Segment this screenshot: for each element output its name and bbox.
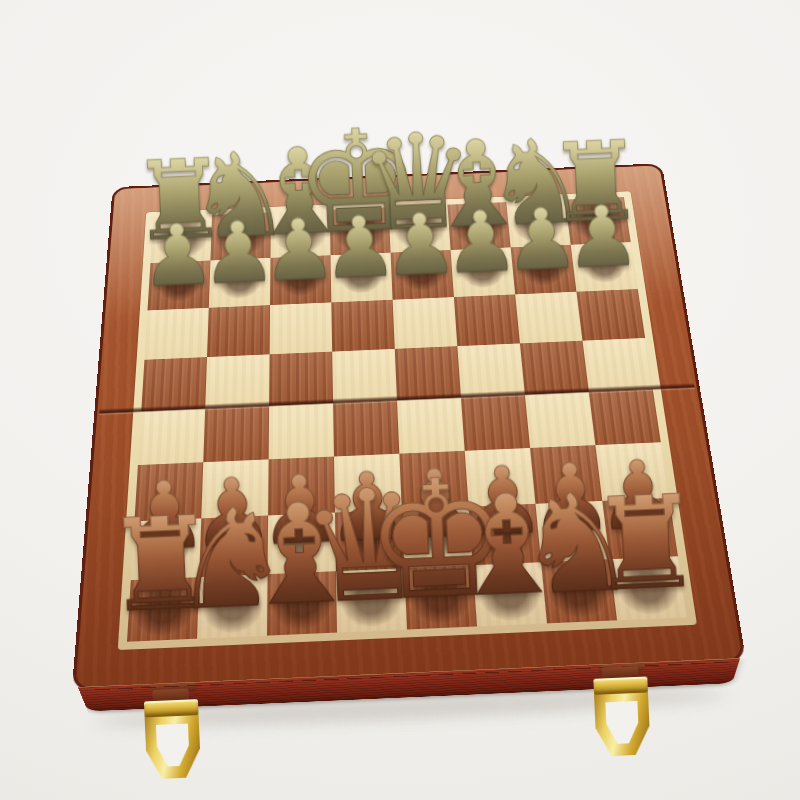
square-c4[interactable] — [269, 403, 334, 459]
square-c6[interactable] — [270, 302, 333, 354]
square-h6[interactable] — [576, 289, 645, 341]
photo-tilt-layer: ♜♞♝♚♛♝♞♜♟♟♟♟♟♟♟♟♟♟♟♟♟♟♟♟♜♞♝♛♚♝♞♜ — [0, 0, 800, 800]
chess-set-photo: ♜♞♝♚♛♝♞♜♟♟♟♟♟♟♟♟♟♟♟♟♟♟♟♟♜♞♝♛♚♝♞♜ — [0, 0, 800, 800]
square-f5[interactable] — [457, 343, 525, 397]
chess-board: ♜♞♝♚♛♝♞♜♟♟♟♟♟♟♟♟♟♟♟♟♟♟♟♟♜♞♝♛♚♝♞♜ — [75, 165, 742, 688]
square-d5[interactable] — [332, 349, 397, 403]
latch-hasp-hole — [156, 724, 190, 767]
square-f6[interactable] — [454, 294, 520, 346]
square-g4[interactable] — [525, 392, 596, 448]
square-a6[interactable] — [144, 308, 208, 360]
latch-bar-icon — [593, 676, 648, 694]
perspective-layer: ♜♞♝♚♛♝♞♜♟♟♟♟♟♟♟♟♟♟♟♟♟♟♟♟♜♞♝♛♚♝♞♜ — [0, 0, 800, 800]
brass-latch-left[interactable] — [142, 688, 202, 779]
square-h4[interactable] — [589, 389, 661, 445]
square-g5[interactable] — [520, 341, 589, 395]
square-d6[interactable] — [331, 300, 394, 352]
square-c5[interactable] — [269, 352, 333, 406]
square-b6[interactable] — [207, 305, 270, 357]
square-g6[interactable] — [515, 292, 582, 344]
brass-latch-right[interactable] — [592, 665, 652, 756]
latch-hasp-icon — [594, 690, 651, 756]
latch-hasp-icon — [145, 713, 202, 779]
square-h5[interactable] — [583, 338, 653, 392]
square-e6[interactable] — [393, 297, 458, 349]
square-b4[interactable] — [203, 406, 269, 463]
latch-bar-icon — [144, 699, 199, 717]
square-e5[interactable] — [395, 346, 461, 400]
latch-hasp-hole — [605, 701, 639, 744]
square-a4[interactable] — [138, 409, 205, 466]
square-a5[interactable] — [141, 357, 207, 411]
